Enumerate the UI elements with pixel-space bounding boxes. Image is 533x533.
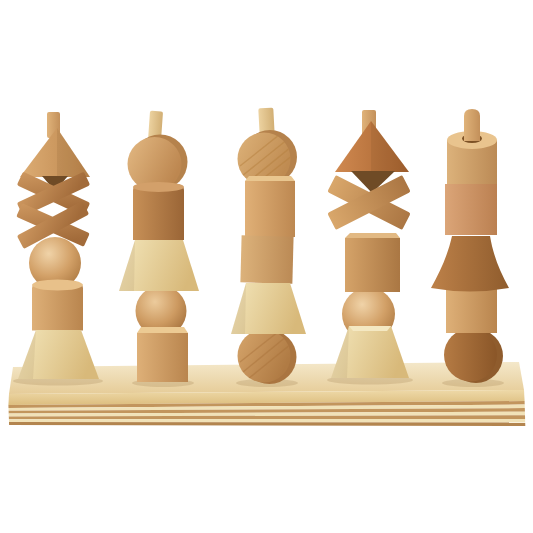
peg5-cube (445, 184, 497, 235)
peg3-cube-top (245, 176, 295, 181)
peg4-trapezoid-top (349, 326, 391, 331)
peg4-trapezoid-shade (331, 326, 349, 378)
peg5-lower-cylinder (446, 287, 497, 333)
plank-ply-stripe (9, 419, 525, 423)
peg2-cube-top (137, 327, 188, 333)
peg5-flared-cone (431, 236, 509, 292)
peg2-cylinder-rim (133, 182, 184, 192)
peg1-cylinder-rim (32, 280, 83, 291)
plank-ply-stripe (9, 422, 525, 426)
peg2-trapezoid-shade (119, 240, 135, 291)
peg3-block (240, 235, 293, 283)
product-photo (0, 0, 533, 533)
peg4-cube-top (345, 233, 400, 238)
peg3-cube (245, 181, 295, 237)
peg5-dowel-tip (464, 109, 480, 141)
peg4-triangle-shade (371, 121, 409, 172)
peg2-cube (137, 333, 188, 382)
peg4-cube (345, 238, 400, 292)
peg1-triangle-shade (57, 128, 90, 177)
peg3-bottom-disc-face (238, 330, 291, 383)
peg2-cylinder (133, 184, 184, 240)
peg3-trapezoid-shade (231, 283, 246, 334)
toy-scene (0, 0, 533, 533)
peg5-bottom-disc-face (444, 329, 497, 382)
